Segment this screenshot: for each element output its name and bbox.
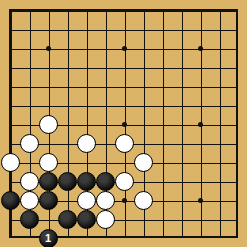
intersection[interactable] [209,38,228,57]
intersection[interactable] [19,76,38,95]
intersection[interactable] [190,133,209,152]
white-stone [77,134,96,153]
intersection[interactable] [152,95,171,114]
intersection[interactable] [19,19,38,38]
intersection[interactable] [95,152,114,171]
black-stone [58,210,77,229]
intersection[interactable] [228,152,247,171]
intersection[interactable] [38,0,57,19]
intersection[interactable] [95,76,114,95]
intersection[interactable] [190,190,209,209]
intersection[interactable] [171,0,190,19]
intersection[interactable] [57,38,76,57]
intersection[interactable] [228,19,247,38]
intersection[interactable] [19,95,38,114]
intersection[interactable] [0,76,19,95]
intersection[interactable] [228,133,247,152]
intersection[interactable] [19,38,38,57]
intersection[interactable] [19,114,38,133]
intersection[interactable] [95,114,114,133]
intersection[interactable] [152,114,171,133]
intersection[interactable] [57,76,76,95]
intersection[interactable] [57,95,76,114]
intersection[interactable] [76,152,95,171]
intersection[interactable] [76,19,95,38]
intersection[interactable] [152,0,171,19]
intersection[interactable] [152,228,171,247]
black-stone [39,191,58,210]
intersection[interactable] [190,114,209,133]
intersection[interactable] [114,209,133,228]
intersection[interactable] [228,57,247,76]
white-stone [20,134,39,153]
intersection[interactable] [209,152,228,171]
intersection[interactable] [57,190,76,209]
intersection[interactable] [0,0,19,19]
white-stone [134,153,153,172]
intersection[interactable] [76,190,95,209]
intersection[interactable] [133,209,152,228]
intersection[interactable] [152,76,171,95]
intersection[interactable] [19,0,38,19]
intersection[interactable] [57,228,76,247]
intersection[interactable] [95,0,114,19]
intersection[interactable] [152,209,171,228]
intersection[interactable] [38,76,57,95]
intersection[interactable] [190,228,209,247]
intersection[interactable] [114,190,133,209]
intersection[interactable] [95,190,114,209]
intersection[interactable] [209,228,228,247]
intersection[interactable] [38,133,57,152]
intersection[interactable] [228,38,247,57]
white-stone [134,191,153,210]
intersection[interactable] [0,57,19,76]
intersection[interactable] [19,152,38,171]
intersection[interactable] [133,190,152,209]
intersection[interactable] [228,76,247,95]
intersection[interactable] [57,133,76,152]
intersection[interactable] [228,114,247,133]
intersection[interactable] [38,190,57,209]
intersection[interactable] [0,190,19,209]
intersection[interactable] [76,57,95,76]
intersection[interactable] [76,228,95,247]
intersection[interactable] [190,76,209,95]
intersection[interactable] [38,171,57,190]
intersection[interactable] [95,38,114,57]
intersection[interactable] [171,152,190,171]
move-1-stone: 1 [39,229,58,247]
white-stone [96,191,115,210]
intersection[interactable] [133,76,152,95]
intersection[interactable] [171,114,190,133]
intersection[interactable] [38,152,57,171]
intersection[interactable] [95,209,114,228]
intersection[interactable] [0,133,19,152]
intersection[interactable] [228,228,247,247]
intersection[interactable] [0,95,19,114]
white-stone [96,210,115,229]
intersection[interactable] [95,133,114,152]
intersection[interactable] [152,57,171,76]
intersection[interactable] [209,114,228,133]
intersection[interactable] [38,114,57,133]
intersection[interactable] [133,114,152,133]
intersection[interactable] [38,57,57,76]
intersection[interactable] [114,133,133,152]
intersection[interactable] [209,95,228,114]
intersection[interactable] [171,171,190,190]
white-stone [115,172,134,191]
intersection[interactable] [133,95,152,114]
intersection[interactable] [38,19,57,38]
intersection[interactable] [19,171,38,190]
intersection[interactable] [114,152,133,171]
intersection[interactable] [76,95,95,114]
intersection[interactable] [228,171,247,190]
intersection[interactable] [209,190,228,209]
intersection[interactable] [190,171,209,190]
white-stone [20,172,39,191]
intersection[interactable] [171,95,190,114]
black-stone [77,172,96,191]
intersection[interactable] [76,133,95,152]
intersection[interactable] [228,190,247,209]
intersection[interactable] [171,209,190,228]
intersection[interactable] [190,19,209,38]
white-stone [115,134,134,153]
intersection[interactable] [209,19,228,38]
intersection[interactable] [57,57,76,76]
intersection[interactable] [228,0,247,19]
intersection[interactable] [133,228,152,247]
stones-grid: 1 [0,0,247,247]
intersection[interactable] [133,152,152,171]
black-stone [1,191,20,210]
intersection[interactable] [76,76,95,95]
intersection[interactable] [38,38,57,57]
intersection[interactable] [19,57,38,76]
intersection[interactable] [95,57,114,76]
intersection[interactable] [209,133,228,152]
intersection[interactable] [114,76,133,95]
white-stone [1,153,20,172]
intersection[interactable] [190,57,209,76]
intersection[interactable] [38,209,57,228]
move-number-label: 1 [45,232,51,243]
intersection[interactable] [152,19,171,38]
intersection[interactable] [152,190,171,209]
intersection[interactable] [114,0,133,19]
intersection[interactable] [190,209,209,228]
intersection[interactable] [19,190,38,209]
intersection[interactable] [228,209,247,228]
intersection[interactable] [190,0,209,19]
intersection[interactable] [57,152,76,171]
intersection[interactable] [171,38,190,57]
intersection[interactable] [152,152,171,171]
intersection[interactable] [133,171,152,190]
intersection[interactable] [133,133,152,152]
intersection[interactable] [114,171,133,190]
intersection[interactable] [95,228,114,247]
intersection[interactable]: 1 [38,228,57,247]
intersection[interactable] [152,133,171,152]
intersection[interactable] [0,209,19,228]
intersection[interactable] [0,38,19,57]
intersection[interactable] [95,19,114,38]
intersection[interactable] [190,95,209,114]
intersection[interactable] [209,57,228,76]
intersection[interactable] [0,152,19,171]
black-stone [96,172,115,191]
intersection[interactable] [38,95,57,114]
intersection[interactable] [57,0,76,19]
intersection[interactable] [209,76,228,95]
intersection[interactable] [152,171,171,190]
intersection[interactable] [57,171,76,190]
intersection[interactable] [76,171,95,190]
intersection[interactable] [209,0,228,19]
intersection[interactable] [0,19,19,38]
intersection[interactable] [114,228,133,247]
intersection[interactable] [228,95,247,114]
intersection[interactable] [171,76,190,95]
intersection[interactable] [76,209,95,228]
go-board[interactable]: 1 [0,0,247,247]
white-stone [77,191,96,210]
black-stone [39,172,58,191]
intersection[interactable] [190,38,209,57]
intersection[interactable] [171,57,190,76]
intersection[interactable] [95,95,114,114]
black-stone [77,210,96,229]
intersection[interactable] [190,152,209,171]
intersection[interactable] [133,38,152,57]
intersection[interactable] [133,57,152,76]
intersection[interactable] [133,0,152,19]
intersection[interactable] [114,95,133,114]
intersection[interactable] [171,190,190,209]
white-stone [39,153,58,172]
intersection[interactable] [19,209,38,228]
intersection[interactable] [133,19,152,38]
intersection[interactable] [114,19,133,38]
intersection[interactable] [19,133,38,152]
intersection[interactable] [114,57,133,76]
intersection[interactable] [57,209,76,228]
intersection[interactable] [114,38,133,57]
intersection[interactable] [76,38,95,57]
intersection[interactable] [152,38,171,57]
intersection[interactable] [0,228,19,247]
intersection[interactable] [171,228,190,247]
black-stone [58,172,77,191]
intersection[interactable] [209,171,228,190]
white-stone [20,191,39,210]
intersection[interactable] [209,209,228,228]
intersection[interactable] [0,171,19,190]
intersection[interactable] [95,171,114,190]
intersection[interactable] [57,114,76,133]
intersection[interactable] [19,228,38,247]
intersection[interactable] [114,114,133,133]
white-stone [39,115,58,134]
intersection[interactable] [0,114,19,133]
intersection[interactable] [76,0,95,19]
intersection[interactable] [171,133,190,152]
black-stone [20,210,39,229]
intersection[interactable] [57,19,76,38]
intersection[interactable] [171,19,190,38]
intersection[interactable] [76,114,95,133]
